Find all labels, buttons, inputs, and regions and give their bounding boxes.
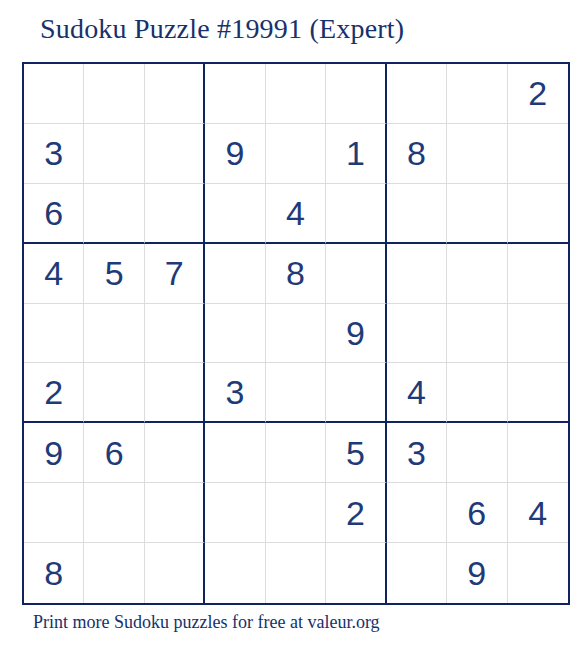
- sudoku-cell-r3c4: [205, 184, 265, 244]
- sudoku-cell-r7c1: 9: [24, 423, 84, 483]
- sudoku-cell-r1c6: [326, 64, 386, 124]
- sudoku-cell-r1c7: [387, 64, 447, 124]
- sudoku-cell-r4c6: [326, 244, 386, 304]
- sudoku-cell-r4c5: 8: [266, 244, 326, 304]
- sudoku-cell-r9c7: [387, 543, 447, 603]
- sudoku-cell-r9c3: [145, 543, 205, 603]
- sudoku-cell-r3c7: [387, 184, 447, 244]
- sudoku-cell-r5c5: [266, 304, 326, 364]
- sudoku-cell-r8c4: [205, 483, 265, 543]
- sudoku-cell-r9c4: [205, 543, 265, 603]
- sudoku-cell-r5c3: [145, 304, 205, 364]
- sudoku-cell-r4c1: 4: [24, 244, 84, 304]
- page-title: Sudoku Puzzle #19991 (Expert): [40, 13, 404, 45]
- sudoku-cell-r6c9: [508, 363, 568, 423]
- sudoku-cell-r2c2: [84, 124, 144, 184]
- sudoku-cell-r9c2: [84, 543, 144, 603]
- sudoku-cell-r2c5: [266, 124, 326, 184]
- sudoku-cell-r7c2: 6: [84, 423, 144, 483]
- sudoku-cell-r6c5: [266, 363, 326, 423]
- sudoku-cell-r1c1: [24, 64, 84, 124]
- sudoku-cell-r2c6: 1: [326, 124, 386, 184]
- sudoku-cell-r2c4: 9: [205, 124, 265, 184]
- sudoku-cell-r2c9: [508, 124, 568, 184]
- sudoku-cell-r8c7: [387, 483, 447, 543]
- sudoku-cell-r5c9: [508, 304, 568, 364]
- sudoku-cell-r7c9: [508, 423, 568, 483]
- sudoku-cell-r9c1: 8: [24, 543, 84, 603]
- sudoku-cell-r1c9: 2: [508, 64, 568, 124]
- sudoku-cell-r4c7: [387, 244, 447, 304]
- sudoku-cell-r8c2: [84, 483, 144, 543]
- sudoku-cell-r3c1: 6: [24, 184, 84, 244]
- sudoku-cell-r1c3: [145, 64, 205, 124]
- sudoku-cell-r8c9: 4: [508, 483, 568, 543]
- sudoku-cell-r4c9: [508, 244, 568, 304]
- sudoku-cell-r5c8: [447, 304, 507, 364]
- sudoku-cell-r8c8: 6: [447, 483, 507, 543]
- sudoku-cell-r7c8: [447, 423, 507, 483]
- sudoku-cell-r5c2: [84, 304, 144, 364]
- sudoku-cell-r2c3: [145, 124, 205, 184]
- sudoku-cell-r3c9: [508, 184, 568, 244]
- sudoku-cell-r9c9: [508, 543, 568, 603]
- sudoku-cell-r7c3: [145, 423, 205, 483]
- sudoku-cell-r9c8: 9: [447, 543, 507, 603]
- sudoku-cell-r6c1: 2: [24, 363, 84, 423]
- sudoku-cell-r3c6: [326, 184, 386, 244]
- sudoku-cell-r2c7: 8: [387, 124, 447, 184]
- sudoku-cell-r6c6: [326, 363, 386, 423]
- sudoku-cell-r8c1: [24, 483, 84, 543]
- sudoku-cell-r3c5: 4: [266, 184, 326, 244]
- sudoku-grid: 239186445789234965326489: [22, 62, 570, 605]
- sudoku-cell-r3c8: [447, 184, 507, 244]
- footer-text: Print more Sudoku puzzles for free at va…: [33, 612, 380, 633]
- sudoku-cell-r8c5: [266, 483, 326, 543]
- sudoku-cell-r8c6: 2: [326, 483, 386, 543]
- sudoku-cell-r3c3: [145, 184, 205, 244]
- sudoku-cell-r6c7: 4: [387, 363, 447, 423]
- sudoku-cell-r7c5: [266, 423, 326, 483]
- sudoku-cell-r6c3: [145, 363, 205, 423]
- sudoku-cell-r1c8: [447, 64, 507, 124]
- sudoku-cell-r7c6: 5: [326, 423, 386, 483]
- sudoku-cell-r5c6: 9: [326, 304, 386, 364]
- sudoku-cell-r7c4: [205, 423, 265, 483]
- sudoku-cell-r7c7: 3: [387, 423, 447, 483]
- sudoku-cell-r6c2: [84, 363, 144, 423]
- sudoku-cell-r8c3: [145, 483, 205, 543]
- sudoku-cell-r2c1: 3: [24, 124, 84, 184]
- sudoku-cell-r4c8: [447, 244, 507, 304]
- sudoku-cell-r9c6: [326, 543, 386, 603]
- sudoku-cell-r1c2: [84, 64, 144, 124]
- sudoku-cell-r6c4: 3: [205, 363, 265, 423]
- sudoku-cell-r4c2: 5: [84, 244, 144, 304]
- sudoku-cell-r5c1: [24, 304, 84, 364]
- sudoku-cell-r1c5: [266, 64, 326, 124]
- sudoku-cell-r5c4: [205, 304, 265, 364]
- sudoku-cell-r2c8: [447, 124, 507, 184]
- sudoku-cell-r4c4: [205, 244, 265, 304]
- sudoku-cell-r4c3: 7: [145, 244, 205, 304]
- sudoku-cell-r5c7: [387, 304, 447, 364]
- sudoku-cell-r6c8: [447, 363, 507, 423]
- sudoku-cell-r3c2: [84, 184, 144, 244]
- sudoku-cell-r1c4: [205, 64, 265, 124]
- sudoku-cell-r9c5: [266, 543, 326, 603]
